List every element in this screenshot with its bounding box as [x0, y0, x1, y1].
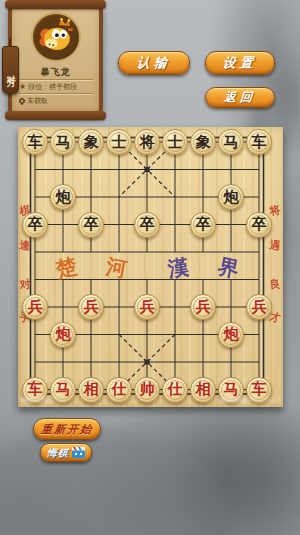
- restart-button[interactable]: 重新开始: [33, 418, 101, 440]
- resign-label: 认输: [136, 54, 172, 72]
- piece-black-象-f2r0[interactable]: 象: [78, 129, 104, 155]
- piece-red-炮-f1r7[interactable]: 炮: [50, 322, 76, 348]
- location-pin-icon: [18, 97, 26, 105]
- piece-black-卒-f6r3[interactable]: 卒: [190, 212, 216, 238]
- piece-red-兵-f2r6[interactable]: 兵: [78, 294, 104, 320]
- opponent-avatar[interactable]: [31, 12, 81, 62]
- undo-label: 悔棋: [46, 446, 69, 460]
- watermark-left: [21, 397, 67, 403]
- scroll-top-rod: [5, 0, 106, 9]
- piece-red-兵-f8r6[interactable]: 兵: [246, 294, 272, 320]
- piece-black-马-f1r0[interactable]: 马: [50, 129, 76, 155]
- piece-black-卒-f2r3[interactable]: 卒: [78, 212, 104, 238]
- settings-label: 设置: [222, 54, 258, 72]
- piece-red-仕-f3r9[interactable]: 仕: [106, 377, 132, 403]
- panel-divider: [18, 79, 93, 80]
- scroll-bottom-rod: [5, 111, 106, 120]
- opponent-rank-row: ★ 段位：棋手初段: [19, 82, 99, 92]
- river-char-漢: 漢: [166, 253, 191, 284]
- settings-button[interactable]: 设置: [205, 51, 275, 75]
- piece-red-仕-f5r9[interactable]: 仕: [162, 377, 188, 403]
- ink-trees-decoration: [170, 400, 300, 535]
- piece-black-卒-f0r3[interactable]: 卒: [22, 212, 48, 238]
- piece-red-兵-f0r6[interactable]: 兵: [22, 294, 48, 320]
- piece-red-相-f6r9[interactable]: 相: [190, 377, 216, 403]
- piece-red-兵-f4r6[interactable]: 兵: [134, 294, 160, 320]
- opponent-panel: 暴飞龙 ★ 段位：棋手初段 未获取: [8, 4, 103, 116]
- piece-black-士-f5r0[interactable]: 士: [162, 129, 188, 155]
- resign-button[interactable]: 认输: [118, 51, 190, 75]
- piece-black-炮-f7r2[interactable]: 炮: [218, 184, 244, 210]
- piece-red-相-f2r9[interactable]: 相: [78, 377, 104, 403]
- piece-black-士-f3r0[interactable]: 士: [106, 129, 132, 155]
- game-screen: 暴飞龙 ★ 段位：棋手初段 未获取 对方 认输 设置 返回: [0, 0, 300, 535]
- back-label: 返回: [223, 89, 257, 106]
- opponent-rank: 段位：棋手初段: [28, 82, 77, 92]
- piece-red-炮-f7r7[interactable]: 炮: [218, 322, 244, 348]
- piece-red-帅-f4r9[interactable]: 帅: [134, 377, 160, 403]
- piece-black-马-f7r0[interactable]: 马: [218, 129, 244, 155]
- tag-rope: [9, 38, 11, 47]
- opponent-side-tag: 对方: [2, 46, 19, 94]
- couplet-left-char-对: 对: [17, 276, 32, 292]
- opponent-location-row: 未获取: [19, 96, 99, 106]
- piece-black-车-f0r0[interactable]: 车: [22, 129, 48, 155]
- piece-black-卒-f4r3[interactable]: 卒: [134, 212, 160, 238]
- restart-label: 重新开始: [40, 422, 94, 437]
- opponent-location: 未获取: [27, 96, 48, 106]
- back-button[interactable]: 返回: [205, 87, 275, 108]
- piece-black-炮-f1r2[interactable]: 炮: [50, 184, 76, 210]
- panel-divider-2: [18, 93, 93, 94]
- watermark-right: [220, 397, 280, 403]
- ad-video-clapper-icon: [72, 447, 85, 458]
- dragon-avatar-icon: [33, 14, 79, 60]
- rank-star-icon: ★: [19, 83, 26, 91]
- undo-move-button[interactable]: 悔棋: [40, 443, 92, 462]
- piece-black-卒-f8r3[interactable]: 卒: [246, 212, 272, 238]
- piece-red-兵-f6r6[interactable]: 兵: [190, 294, 216, 320]
- piece-black-将-f4r0[interactable]: 将: [134, 129, 160, 155]
- couplet-right-char-良: 良: [267, 276, 282, 292]
- opponent-name: 暴飞龙: [12, 66, 99, 79]
- piece-black-象-f6r0[interactable]: 象: [190, 129, 216, 155]
- xiangqi-board[interactable]: 楚河漢界 棋逢对手将遇良才 车马象士将士象马车炮炮卒卒卒卒卒兵兵兵兵兵炮炮车马相…: [18, 127, 283, 407]
- piece-black-车-f8r0[interactable]: 车: [246, 129, 272, 155]
- couplet-left-char-逢: 逢: [17, 237, 33, 254]
- couplet-right-char-遇: 遇: [267, 237, 283, 254]
